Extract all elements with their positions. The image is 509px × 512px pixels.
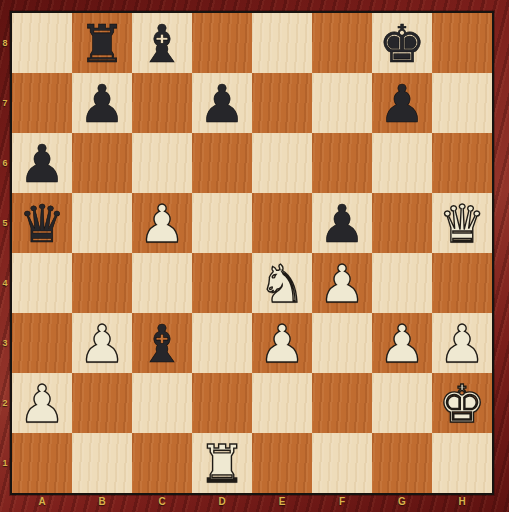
square-b5[interactable] (72, 193, 132, 253)
white-king-piece: ♚ (432, 373, 492, 433)
white-queen-piece: ♛ (432, 193, 492, 253)
square-d7[interactable]: ♟ (192, 73, 252, 133)
black-pawn-piece: ♟ (72, 73, 132, 133)
file-label-e: E (252, 494, 312, 510)
black-pawn-piece: ♟ (372, 73, 432, 133)
square-b1[interactable] (72, 433, 132, 493)
square-g3[interactable]: ♟ (372, 313, 432, 373)
square-g4[interactable] (372, 253, 432, 313)
file-label-c: C (132, 494, 192, 510)
square-a2[interactable]: ♟ (12, 373, 72, 433)
white-pawn-piece: ♟ (72, 313, 132, 373)
rank-label-6: 6 (0, 133, 10, 193)
square-a6[interactable]: ♟ (12, 133, 72, 193)
square-e4[interactable]: ♞ (252, 253, 312, 313)
white-pawn-piece: ♟ (12, 373, 72, 433)
square-d8[interactable] (192, 13, 252, 73)
square-a1[interactable] (12, 433, 72, 493)
square-b6[interactable] (72, 133, 132, 193)
square-f7[interactable] (312, 73, 372, 133)
square-d3[interactable] (192, 313, 252, 373)
white-knight-piece: ♞ (252, 253, 312, 313)
white-pawn-piece: ♟ (312, 253, 372, 313)
square-c3[interactable]: ♝ (132, 313, 192, 373)
rank-label-7: 7 (0, 73, 10, 133)
square-e5[interactable] (252, 193, 312, 253)
square-g6[interactable] (372, 133, 432, 193)
square-h4[interactable] (432, 253, 492, 313)
square-h8[interactable] (432, 13, 492, 73)
chess-board: ♜♝♚♟♟♟♟♛♟♟♛♞♟♟♝♟♟♟♟♚♜ (10, 11, 494, 495)
square-f2[interactable] (312, 373, 372, 433)
black-rook-piece: ♜ (72, 13, 132, 73)
square-h7[interactable] (432, 73, 492, 133)
black-bishop-piece: ♝ (132, 13, 192, 73)
square-a8[interactable] (12, 13, 72, 73)
square-f8[interactable] (312, 13, 372, 73)
file-label-a: A (12, 494, 72, 510)
file-label-f: F (312, 494, 372, 510)
square-d2[interactable] (192, 373, 252, 433)
square-f4[interactable]: ♟ (312, 253, 372, 313)
white-rook-piece: ♜ (192, 433, 252, 493)
square-h2[interactable]: ♚ (432, 373, 492, 433)
square-g2[interactable] (372, 373, 432, 433)
square-b4[interactable] (72, 253, 132, 313)
square-e3[interactable]: ♟ (252, 313, 312, 373)
rank-label-8: 8 (0, 13, 10, 73)
rank-label-5: 5 (0, 193, 10, 253)
square-h1[interactable] (432, 433, 492, 493)
square-c5[interactable]: ♟ (132, 193, 192, 253)
black-queen-piece: ♛ (12, 193, 72, 253)
square-e2[interactable] (252, 373, 312, 433)
square-e7[interactable] (252, 73, 312, 133)
file-label-d: D (192, 494, 252, 510)
white-pawn-piece: ♟ (372, 313, 432, 373)
rank-label-2: 2 (0, 373, 10, 433)
square-h6[interactable] (432, 133, 492, 193)
square-e1[interactable] (252, 433, 312, 493)
square-d6[interactable] (192, 133, 252, 193)
square-d4[interactable] (192, 253, 252, 313)
black-king-piece: ♚ (372, 13, 432, 73)
square-a4[interactable] (12, 253, 72, 313)
square-c1[interactable] (132, 433, 192, 493)
square-f5[interactable]: ♟ (312, 193, 372, 253)
rank-label-1: 1 (0, 433, 10, 493)
square-g7[interactable]: ♟ (372, 73, 432, 133)
rank-label-3: 3 (0, 313, 10, 373)
square-c2[interactable] (132, 373, 192, 433)
square-f3[interactable] (312, 313, 372, 373)
square-b2[interactable] (72, 373, 132, 433)
square-d5[interactable] (192, 193, 252, 253)
square-c8[interactable]: ♝ (132, 13, 192, 73)
square-a3[interactable] (12, 313, 72, 373)
white-pawn-piece: ♟ (132, 193, 192, 253)
square-h5[interactable]: ♛ (432, 193, 492, 253)
white-pawn-piece: ♟ (252, 313, 312, 373)
square-g8[interactable]: ♚ (372, 13, 432, 73)
square-f1[interactable] (312, 433, 372, 493)
square-d1[interactable]: ♜ (192, 433, 252, 493)
square-c7[interactable] (132, 73, 192, 133)
square-a7[interactable] (12, 73, 72, 133)
square-c4[interactable] (132, 253, 192, 313)
black-pawn-piece: ♟ (192, 73, 252, 133)
square-h3[interactable]: ♟ (432, 313, 492, 373)
black-bishop-piece: ♝ (132, 313, 192, 373)
board-frame: ♜♝♚♟♟♟♟♛♟♟♛♞♟♟♝♟♟♟♟♚♜ 87654321 ABCDEFGH (0, 0, 509, 512)
square-g5[interactable] (372, 193, 432, 253)
square-b7[interactable]: ♟ (72, 73, 132, 133)
square-b8[interactable]: ♜ (72, 13, 132, 73)
file-label-h: H (432, 494, 492, 510)
file-label-g: G (372, 494, 432, 510)
square-b3[interactable]: ♟ (72, 313, 132, 373)
square-g1[interactable] (372, 433, 432, 493)
rank-label-4: 4 (0, 253, 10, 313)
square-a5[interactable]: ♛ (12, 193, 72, 253)
white-pawn-piece: ♟ (432, 313, 492, 373)
square-c6[interactable] (132, 133, 192, 193)
square-e8[interactable] (252, 13, 312, 73)
file-label-b: B (72, 494, 132, 510)
square-e6[interactable] (252, 133, 312, 193)
square-f6[interactable] (312, 133, 372, 193)
black-pawn-piece: ♟ (312, 193, 372, 253)
black-pawn-piece: ♟ (12, 133, 72, 193)
